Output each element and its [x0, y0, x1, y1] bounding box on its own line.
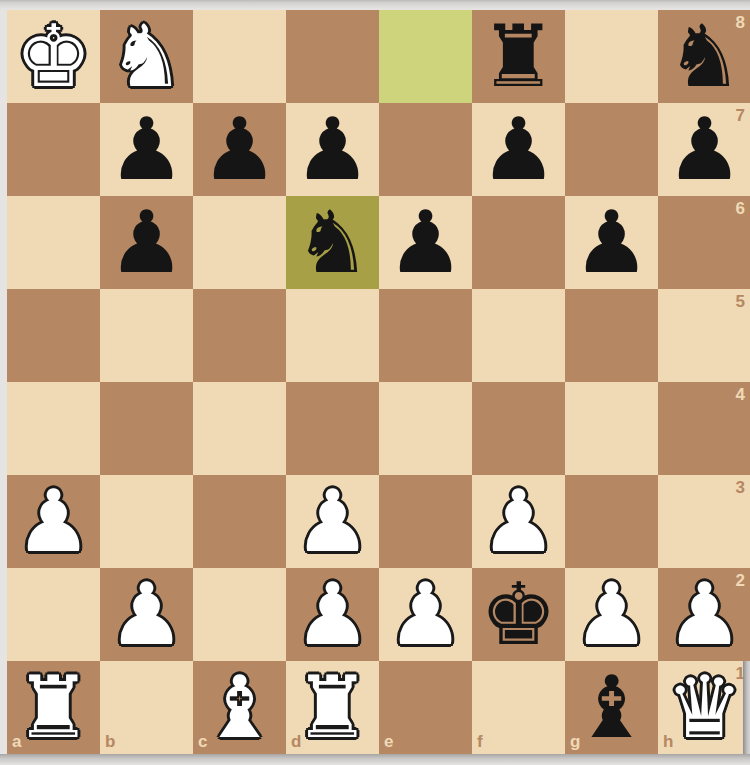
black-pawn[interactable]: ♟	[379, 196, 472, 289]
rank-label-7: 7	[736, 107, 745, 124]
file-label-b: b	[105, 733, 115, 750]
square-h7[interactable]: ♟7	[658, 103, 750, 196]
square-a2[interactable]	[7, 568, 100, 661]
square-h3[interactable]: 3	[658, 475, 750, 568]
black-pawn[interactable]: ♟	[286, 103, 379, 196]
rank-label-4: 4	[736, 386, 745, 403]
chess-board: ♚♞♜♞8♟♟♟♟♟7♟♞♟♟654♟♟♟3♟♟♟♚♟♟2♜ab♝c♜def♝g…	[7, 10, 750, 754]
square-e2[interactable]: ♟	[379, 568, 472, 661]
square-e8[interactable]	[379, 10, 472, 103]
white-pawn[interactable]: ♟	[379, 568, 472, 661]
square-b7[interactable]: ♟	[100, 103, 193, 196]
square-d4[interactable]	[286, 382, 379, 475]
black-pawn[interactable]: ♟	[193, 103, 286, 196]
square-c2[interactable]	[193, 568, 286, 661]
square-a1[interactable]: ♜a	[7, 661, 100, 754]
square-d8[interactable]	[286, 10, 379, 103]
board-bottom-shadow	[0, 754, 750, 765]
square-h6[interactable]: 6	[658, 196, 750, 289]
file-label-c: c	[198, 733, 207, 750]
white-pawn[interactable]: ♟	[7, 475, 100, 568]
square-g5[interactable]	[565, 289, 658, 382]
square-d5[interactable]	[286, 289, 379, 382]
square-d7[interactable]: ♟	[286, 103, 379, 196]
square-e4[interactable]	[379, 382, 472, 475]
square-f8[interactable]: ♜	[472, 10, 565, 103]
square-g1[interactable]: ♝g	[565, 661, 658, 754]
square-b8[interactable]: ♞	[100, 10, 193, 103]
square-e5[interactable]	[379, 289, 472, 382]
square-g8[interactable]	[565, 10, 658, 103]
square-g2[interactable]: ♟	[565, 568, 658, 661]
file-label-e: e	[384, 733, 393, 750]
black-pawn[interactable]: ♟	[472, 103, 565, 196]
square-b5[interactable]	[100, 289, 193, 382]
square-h8[interactable]: ♞8	[658, 10, 750, 103]
square-e1[interactable]: e	[379, 661, 472, 754]
black-rook[interactable]: ♜	[472, 10, 565, 103]
square-c4[interactable]	[193, 382, 286, 475]
rank-label-2: 2	[736, 572, 745, 589]
square-c6[interactable]	[193, 196, 286, 289]
square-c8[interactable]	[193, 10, 286, 103]
square-a7[interactable]	[7, 103, 100, 196]
file-label-a: a	[12, 733, 21, 750]
black-pawn[interactable]: ♟	[100, 103, 193, 196]
square-b4[interactable]	[100, 382, 193, 475]
page: ♚♞♜♞8♟♟♟♟♟7♟♞♟♟654♟♟♟3♟♟♟♚♟♟2♜ab♝c♜def♝g…	[0, 0, 750, 765]
square-d3[interactable]: ♟	[286, 475, 379, 568]
square-a3[interactable]: ♟	[7, 475, 100, 568]
square-a8[interactable]: ♚	[7, 10, 100, 103]
board-right-edge-shadow	[743, 661, 750, 765]
rank-label-6: 6	[736, 200, 745, 217]
square-d2[interactable]: ♟	[286, 568, 379, 661]
square-f3[interactable]: ♟	[472, 475, 565, 568]
rank-label-3: 3	[736, 479, 745, 496]
file-label-f: f	[477, 733, 483, 750]
file-label-d: d	[291, 733, 301, 750]
square-d6[interactable]: ♞	[286, 196, 379, 289]
white-pawn[interactable]: ♟	[286, 475, 379, 568]
square-h1[interactable]: ♛1h	[658, 661, 750, 754]
square-c7[interactable]: ♟	[193, 103, 286, 196]
square-g4[interactable]	[565, 382, 658, 475]
white-king[interactable]: ♚	[7, 10, 100, 103]
square-f4[interactable]	[472, 382, 565, 475]
black-king[interactable]: ♚	[472, 568, 565, 661]
square-g3[interactable]	[565, 475, 658, 568]
square-g7[interactable]	[565, 103, 658, 196]
rank-label-5: 5	[736, 293, 745, 310]
square-b2[interactable]: ♟	[100, 568, 193, 661]
file-label-h: h	[663, 733, 673, 750]
square-a4[interactable]	[7, 382, 100, 475]
square-f6[interactable]	[472, 196, 565, 289]
square-f1[interactable]: f	[472, 661, 565, 754]
white-pawn[interactable]: ♟	[100, 568, 193, 661]
square-g6[interactable]: ♟	[565, 196, 658, 289]
square-b1[interactable]: b	[100, 661, 193, 754]
square-b3[interactable]	[100, 475, 193, 568]
white-pawn[interactable]: ♟	[472, 475, 565, 568]
square-h2[interactable]: ♟2	[658, 568, 750, 661]
square-e3[interactable]	[379, 475, 472, 568]
square-e7[interactable]	[379, 103, 472, 196]
square-c3[interactable]	[193, 475, 286, 568]
file-label-g: g	[570, 733, 580, 750]
square-h5[interactable]: 5	[658, 289, 750, 382]
square-c5[interactable]	[193, 289, 286, 382]
square-e6[interactable]: ♟	[379, 196, 472, 289]
square-a6[interactable]	[7, 196, 100, 289]
white-pawn[interactable]: ♟	[565, 568, 658, 661]
square-h4[interactable]: 4	[658, 382, 750, 475]
white-pawn[interactable]: ♟	[286, 568, 379, 661]
square-b6[interactable]: ♟	[100, 196, 193, 289]
square-d1[interactable]: ♜d	[286, 661, 379, 754]
black-knight[interactable]: ♞	[286, 196, 379, 289]
white-knight[interactable]: ♞	[100, 10, 193, 103]
square-f5[interactable]	[472, 289, 565, 382]
square-a5[interactable]	[7, 289, 100, 382]
rank-label-8: 8	[736, 14, 745, 31]
square-c1[interactable]: ♝c	[193, 661, 286, 754]
square-f7[interactable]: ♟	[472, 103, 565, 196]
black-pawn[interactable]: ♟	[565, 196, 658, 289]
square-f2[interactable]: ♚	[472, 568, 565, 661]
black-pawn[interactable]: ♟	[100, 196, 193, 289]
